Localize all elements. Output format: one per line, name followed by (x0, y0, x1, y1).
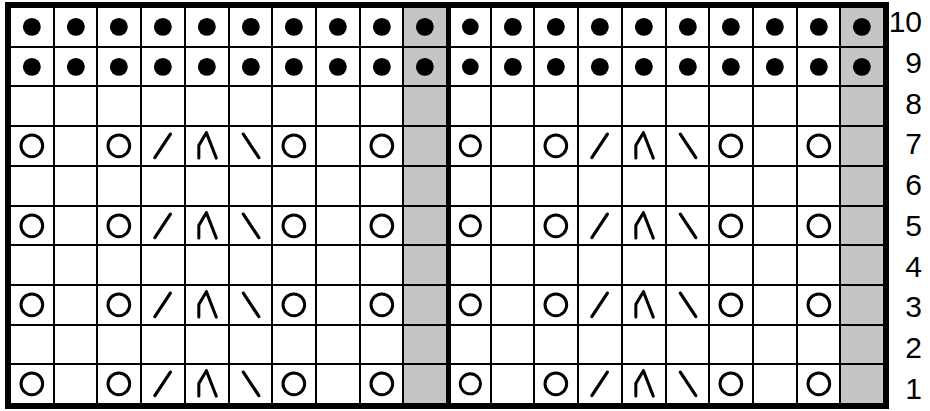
purl-dot-icon (667, 8, 709, 46)
double-decrease-icon (623, 286, 665, 324)
chart-cell (578, 7, 622, 47)
chart-cell (272, 325, 316, 365)
chart-cell (666, 206, 710, 246)
chart-cell (447, 166, 491, 206)
chart-cell (491, 7, 535, 47)
chart-cell (141, 285, 185, 325)
chart-cell (840, 285, 884, 325)
purl-dot-icon (361, 8, 403, 46)
yarn-over-icon (11, 365, 53, 403)
chart-cell (54, 166, 98, 206)
yarn-over-icon (361, 127, 403, 165)
chart-cell (753, 166, 797, 206)
double-decrease-icon (186, 127, 228, 165)
chart-cell (185, 7, 229, 47)
chart-cell (840, 86, 884, 126)
chart-cell (753, 325, 797, 365)
yarn-over-icon (451, 207, 490, 245)
chart-cell (141, 364, 185, 404)
chart-cell (534, 47, 578, 87)
chart-cell (97, 126, 141, 166)
chart-cell (97, 364, 141, 404)
ssk-icon (667, 286, 709, 324)
chart-cell (403, 47, 447, 87)
chart-cell (491, 126, 535, 166)
chart-cell (272, 7, 316, 47)
purl-dot-icon (11, 48, 53, 86)
chart-cell (797, 245, 841, 285)
chart-cell (491, 364, 535, 404)
chart-cell (622, 166, 666, 206)
purl-dot-icon (230, 48, 272, 86)
chart-cell (491, 206, 535, 246)
chart-cell (97, 86, 141, 126)
double-decrease-icon (186, 207, 228, 245)
chart-cell (97, 166, 141, 206)
chart-cell (403, 166, 447, 206)
chart-cell (534, 285, 578, 325)
chart-cell (54, 285, 98, 325)
chart-cell (666, 126, 710, 166)
purl-dot-icon (55, 48, 97, 86)
chart-cell (840, 325, 884, 365)
chart-grid (5, 2, 889, 409)
k2tog-icon (579, 127, 621, 165)
chart-cell (316, 285, 360, 325)
chart-cell (622, 364, 666, 404)
yarn-over-icon (11, 207, 53, 245)
chart-cell (10, 245, 54, 285)
row-number-label: 2 (892, 328, 926, 369)
yarn-over-icon (273, 207, 315, 245)
chart-cell (622, 126, 666, 166)
chart-cell (709, 86, 753, 126)
chart-cell (797, 126, 841, 166)
chart-cell (840, 47, 884, 87)
chart-cell (185, 86, 229, 126)
chart-cell (753, 7, 797, 47)
row-number-label: 3 (892, 287, 926, 328)
chart-cell (10, 285, 54, 325)
chart-cell (272, 364, 316, 404)
chart-cell (578, 206, 622, 246)
chart-cell (753, 364, 797, 404)
chart-cell (54, 47, 98, 87)
double-decrease-icon (623, 365, 665, 403)
chart-cell (447, 206, 491, 246)
chart-cell (272, 285, 316, 325)
chart-cell (403, 7, 447, 47)
chart-cell (10, 7, 54, 47)
chart-cell (10, 47, 54, 87)
purl-dot-icon (841, 8, 883, 46)
chart-cell (185, 206, 229, 246)
ssk-icon (230, 207, 272, 245)
chart-cell (10, 166, 54, 206)
ssk-icon (230, 127, 272, 165)
chart-cell (97, 245, 141, 285)
chart-cell (97, 206, 141, 246)
chart-cell (709, 47, 753, 87)
chart-cell (360, 325, 404, 365)
row-number-labels: 10987654321 (892, 2, 926, 409)
yarn-over-icon (451, 365, 490, 403)
chart-cell (185, 166, 229, 206)
row-number-label: 8 (892, 83, 926, 124)
chart-cell (622, 206, 666, 246)
purl-dot-icon (98, 8, 140, 46)
chart-cell (54, 7, 98, 47)
ssk-icon (230, 365, 272, 403)
k2tog-icon (579, 365, 621, 403)
chart-cell (54, 86, 98, 126)
chart-cell (491, 285, 535, 325)
chart-cell (54, 245, 98, 285)
chart-cell (578, 245, 622, 285)
chart-cell (141, 86, 185, 126)
yarn-over-icon (11, 286, 53, 324)
k2tog-icon (579, 207, 621, 245)
chart-cell (403, 245, 447, 285)
chart-cell (840, 126, 884, 166)
chart-cell (403, 206, 447, 246)
yarn-over-icon (98, 365, 140, 403)
chart-cell (141, 206, 185, 246)
chart-cell (709, 166, 753, 206)
purl-dot-icon (623, 48, 665, 86)
k2tog-icon (579, 286, 621, 324)
chart-cell (97, 47, 141, 87)
chart-cell (709, 245, 753, 285)
purl-dot-icon (230, 8, 272, 46)
yarn-over-icon (798, 365, 840, 403)
chart-cell (447, 126, 491, 166)
purl-dot-icon (142, 48, 184, 86)
chart-cell (272, 245, 316, 285)
knitting-chart: 10987654321 (0, 0, 930, 411)
ssk-icon (667, 207, 709, 245)
chart-cell (360, 47, 404, 87)
chart-cell (360, 245, 404, 285)
chart-cell (54, 325, 98, 365)
chart-cell (141, 325, 185, 365)
chart-cell (666, 285, 710, 325)
chart-cell (797, 166, 841, 206)
purl-dot-icon (98, 48, 140, 86)
chart-cell (622, 245, 666, 285)
yarn-over-icon (98, 207, 140, 245)
ssk-icon (230, 286, 272, 324)
chart-cell (403, 86, 447, 126)
chart-cell (709, 325, 753, 365)
chart-cell (534, 126, 578, 166)
chart-cell (622, 7, 666, 47)
purl-dot-icon (754, 48, 796, 86)
chart-cell (360, 285, 404, 325)
chart-cell (709, 126, 753, 166)
row-number-label: 5 (892, 206, 926, 247)
chart-cell (578, 166, 622, 206)
purl-dot-icon (317, 48, 359, 86)
chart-cell (403, 285, 447, 325)
chart-cell (316, 325, 360, 365)
chart-cell (185, 325, 229, 365)
chart-cell (578, 47, 622, 87)
chart-cell (229, 7, 273, 47)
yarn-over-icon (451, 127, 490, 165)
yarn-over-icon (273, 286, 315, 324)
chart-cell (578, 86, 622, 126)
chart-cell (185, 364, 229, 404)
chart-cell (753, 285, 797, 325)
purl-dot-icon (273, 8, 315, 46)
chart-cell (534, 86, 578, 126)
chart-cell (797, 47, 841, 87)
yarn-over-icon (798, 207, 840, 245)
yarn-over-icon (710, 207, 752, 245)
chart-cell (534, 206, 578, 246)
purl-dot-icon (186, 8, 228, 46)
yarn-over-icon (710, 127, 752, 165)
chart-cell (360, 86, 404, 126)
double-decrease-icon (186, 365, 228, 403)
yarn-over-icon (98, 286, 140, 324)
chart-cell (666, 325, 710, 365)
chart-cell (54, 364, 98, 404)
chart-cell (272, 166, 316, 206)
chart-cell (578, 285, 622, 325)
purl-dot-icon (492, 8, 534, 46)
yarn-over-icon (451, 286, 490, 324)
double-decrease-icon (623, 207, 665, 245)
chart-cell (578, 364, 622, 404)
chart-cell (185, 245, 229, 285)
purl-dot-icon (579, 48, 621, 86)
chart-cell (753, 86, 797, 126)
chart-cell (666, 245, 710, 285)
yarn-over-icon (11, 127, 53, 165)
purl-dot-icon (623, 8, 665, 46)
chart-cell (141, 166, 185, 206)
chart-cell (753, 126, 797, 166)
chart-cell (840, 166, 884, 206)
yarn-over-icon (535, 207, 577, 245)
chart-cell (666, 86, 710, 126)
chart-cell (534, 7, 578, 47)
chart-cell (491, 166, 535, 206)
chart-cell (10, 206, 54, 246)
purl-dot-icon (404, 8, 446, 46)
chart-cell (229, 245, 273, 285)
chart-cell (10, 364, 54, 404)
double-decrease-icon (186, 286, 228, 324)
chart-cell (141, 47, 185, 87)
chart-cell (709, 206, 753, 246)
chart-cell (797, 86, 841, 126)
chart-cell (316, 206, 360, 246)
chart-cell (272, 86, 316, 126)
chart-cell (403, 364, 447, 404)
row-number-label: 1 (892, 368, 926, 409)
chart-cell (534, 364, 578, 404)
yarn-over-icon (798, 286, 840, 324)
purl-dot-icon (55, 8, 97, 46)
chart-cell (666, 47, 710, 87)
chart-cell (316, 86, 360, 126)
yarn-over-icon (710, 286, 752, 324)
chart-cell (447, 47, 491, 87)
chart-cell (666, 166, 710, 206)
purl-dot-icon (754, 8, 796, 46)
purl-dot-icon (579, 8, 621, 46)
purl-dot-icon (667, 48, 709, 86)
chart-cell (10, 126, 54, 166)
chart-cell (272, 126, 316, 166)
chart-cell (229, 166, 273, 206)
chart-cell (141, 7, 185, 47)
purl-dot-icon (798, 48, 840, 86)
chart-cell (753, 206, 797, 246)
chart-cell (622, 325, 666, 365)
chart-cell (622, 86, 666, 126)
chart-cell (360, 364, 404, 404)
chart-cell (141, 126, 185, 166)
chart-cell (97, 285, 141, 325)
yarn-over-icon (361, 365, 403, 403)
chart-cell (141, 245, 185, 285)
chart-cell (578, 126, 622, 166)
chart-cell (666, 7, 710, 47)
purl-dot-icon (798, 8, 840, 46)
chart-cell (447, 7, 491, 47)
chart-cell (360, 206, 404, 246)
chart-cell (229, 206, 273, 246)
purl-dot-icon (492, 48, 534, 86)
chart-cell (840, 206, 884, 246)
purl-dot-icon (535, 48, 577, 86)
yarn-over-icon (710, 365, 752, 403)
row-number-label: 10 (892, 2, 926, 43)
chart-cell (316, 245, 360, 285)
chart-cell (797, 364, 841, 404)
purl-dot-icon (710, 8, 752, 46)
chart-cell (403, 126, 447, 166)
chart-cell (709, 7, 753, 47)
yarn-over-icon (361, 286, 403, 324)
chart-cell (534, 245, 578, 285)
chart-cell (54, 206, 98, 246)
chart-cell (316, 364, 360, 404)
chart-cell (534, 166, 578, 206)
chart-cell (229, 86, 273, 126)
chart-cell (229, 47, 273, 87)
row-number-label: 4 (892, 246, 926, 287)
purl-dot-icon (11, 8, 53, 46)
chart-cell (403, 325, 447, 365)
chart-cell (54, 126, 98, 166)
chart-cell (229, 285, 273, 325)
chart-cell (97, 325, 141, 365)
yarn-over-icon (798, 127, 840, 165)
purl-dot-icon (841, 48, 883, 86)
chart-cell (316, 7, 360, 47)
yarn-over-icon (273, 127, 315, 165)
purl-dot-icon (451, 8, 490, 46)
chart-cell (797, 285, 841, 325)
chart-cell (447, 245, 491, 285)
purl-dot-icon (273, 48, 315, 86)
chart-cell (622, 47, 666, 87)
purl-dot-icon (317, 8, 359, 46)
purl-dot-icon (710, 48, 752, 86)
chart-cell (97, 7, 141, 47)
purl-dot-icon (361, 48, 403, 86)
yarn-over-icon (535, 127, 577, 165)
row-number-label: 9 (892, 43, 926, 84)
chart-cell (797, 206, 841, 246)
chart-cell (185, 285, 229, 325)
k2tog-icon (142, 207, 184, 245)
yarn-over-icon (98, 127, 140, 165)
yarn-over-icon (361, 207, 403, 245)
ssk-icon (667, 365, 709, 403)
chart-cell (491, 86, 535, 126)
chart-cell (10, 86, 54, 126)
chart-cell (709, 364, 753, 404)
chart-cell (840, 245, 884, 285)
purl-dot-icon (451, 48, 490, 86)
chart-cell (10, 325, 54, 365)
double-decrease-icon (623, 127, 665, 165)
chart-cell (447, 364, 491, 404)
chart-cell (185, 47, 229, 87)
yarn-over-icon (535, 286, 577, 324)
chart-cell (753, 47, 797, 87)
chart-cell (316, 166, 360, 206)
chart-cell (360, 126, 404, 166)
chart-cell (709, 285, 753, 325)
chart-cell (666, 364, 710, 404)
chart-cell (360, 166, 404, 206)
row-number-label: 6 (892, 165, 926, 206)
yarn-over-icon (273, 365, 315, 403)
purl-dot-icon (404, 48, 446, 86)
purl-dot-icon (142, 8, 184, 46)
chart-cell (578, 325, 622, 365)
chart-cell (622, 285, 666, 325)
chart-cell (491, 325, 535, 365)
row-number-label: 7 (892, 124, 926, 165)
chart-cell (447, 285, 491, 325)
chart-cell (534, 325, 578, 365)
chart-cell (316, 47, 360, 87)
chart-cell (272, 47, 316, 87)
k2tog-icon (142, 365, 184, 403)
chart-cell (229, 364, 273, 404)
chart-cell (753, 245, 797, 285)
chart-cell (797, 325, 841, 365)
chart-cell (840, 7, 884, 47)
purl-dot-icon (535, 8, 577, 46)
chart-cell (447, 86, 491, 126)
chart-cell (229, 325, 273, 365)
yarn-over-icon (535, 365, 577, 403)
chart-cell (840, 364, 884, 404)
chart-cell (229, 126, 273, 166)
purl-dot-icon (186, 48, 228, 86)
k2tog-icon (142, 127, 184, 165)
chart-cell (272, 206, 316, 246)
